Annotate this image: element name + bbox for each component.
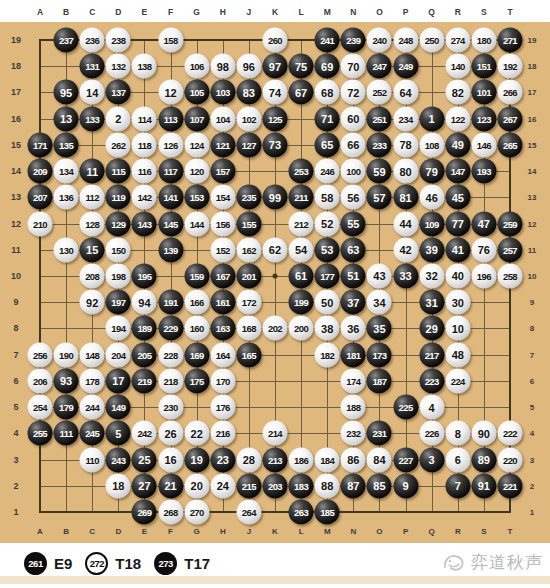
stone-L13: 211 [289,185,314,210]
stone-K11: 62 [262,237,287,262]
stone-K16: 125 [262,106,287,131]
stone-J12: 155 [236,211,261,236]
stone-E18: 138 [132,54,157,79]
stone-C4: 245 [80,421,105,446]
stone-O9: 34 [367,290,392,315]
stone-O8: 35 [367,316,392,341]
stone-C16: 133 [80,106,105,131]
column-label-bottom: G [194,527,200,536]
stone-H12: 156 [210,211,235,236]
stone-C17: 14 [80,80,105,105]
stone-K4: 214 [262,421,287,446]
stone-K2: 203 [262,473,287,498]
stone-Q6: 223 [419,368,444,393]
stone-N8: 36 [341,316,366,341]
stone-R7: 48 [445,342,470,367]
stone-T18: 192 [497,54,522,79]
stone-P15: 78 [393,132,418,157]
stone-C6: 178 [80,368,105,393]
brand-name: 弈道秋声 [471,551,543,574]
stone-O7: 173 [367,342,392,367]
row-label-left: 1 [13,507,18,517]
stone-B13: 136 [54,185,79,210]
stone-L9: 199 [289,290,314,315]
stone-F11: 139 [158,237,183,262]
stone-L1: 263 [289,499,314,524]
stone-B16: 13 [54,106,79,131]
row-label-right: 7 [530,350,534,359]
stone-O14: 59 [367,159,392,184]
stone-C9: 92 [80,290,105,315]
stone-J10: 201 [236,263,261,288]
stone-B17: 95 [54,80,79,105]
row-label-right: 9 [530,298,534,307]
stone-J17: 83 [236,80,261,105]
row-label-left: 16 [11,114,21,124]
stone-S14: 193 [471,159,496,184]
annotation-point-label: E9 [54,555,72,572]
row-label-left: 6 [13,376,18,386]
stone-O3: 84 [367,447,392,472]
stone-T3: 220 [497,447,522,472]
row-label-right: 17 [528,88,537,97]
stone-P5: 225 [393,395,418,420]
move-annotations: 261E9272T18273T17 [24,549,216,577]
column-label-top: R [455,7,461,17]
row-label-left: 4 [13,428,18,438]
stone-D17: 137 [106,80,131,105]
stone-R9: 30 [445,290,470,315]
column-label-top: F [168,7,173,17]
row-label-right: 10 [528,271,537,280]
stone-F15: 126 [158,132,183,157]
stone-A14: 209 [28,159,53,184]
stone-T11: 257 [497,237,522,262]
stone-Q15: 108 [419,132,444,157]
stone-F16: 113 [158,106,183,131]
stone-S2: 91 [471,473,496,498]
row-label-left: 10 [11,271,21,281]
stone-R15: 49 [445,132,470,157]
stone-S10: 196 [471,263,496,288]
stone-R2: 7 [445,473,470,498]
stone-D4: 5 [106,421,131,446]
stone-F9: 191 [158,290,183,315]
stone-R4: 8 [445,421,470,446]
stone-P19: 248 [393,28,418,53]
stone-O10: 43 [367,263,392,288]
stone-K3: 213 [262,447,287,472]
stone-M15: 65 [315,132,340,157]
stone-H4: 216 [210,421,235,446]
stone-Q12: 109 [419,211,444,236]
stone-D3: 243 [106,447,131,472]
row-label-right: 15 [528,140,537,149]
stone-N2: 87 [341,473,366,498]
row-label-left: 5 [13,402,18,412]
column-label-bottom: M [324,527,331,536]
stone-D7: 204 [106,342,131,367]
stone-M7: 182 [315,342,340,367]
stone-D13: 119 [106,185,131,210]
stone-H14: 157 [210,159,235,184]
stone-Q19: 250 [419,28,444,53]
stone-H18: 98 [210,54,235,79]
stone-O19: 240 [367,28,392,53]
annotation-stone-icon: 273 [154,552,177,575]
stone-B15: 135 [54,132,79,157]
stone-R17: 82 [445,80,470,105]
stone-H2: 24 [210,473,235,498]
stone-R16: 122 [445,106,470,131]
stone-H16: 104 [210,106,235,131]
stone-G18: 106 [184,54,209,79]
stone-H17: 103 [210,80,235,105]
stone-M19: 241 [315,28,340,53]
stone-B11: 130 [54,237,79,262]
footer-divider [0,576,550,584]
stone-O13: 57 [367,185,392,210]
annotation-stone-icon: 261 [24,552,47,575]
stone-F12: 145 [158,211,183,236]
annotation-stone-icon: 272 [85,552,108,575]
stone-G4: 22 [184,421,209,446]
stone-K15: 73 [262,132,287,157]
stone-N9: 37 [341,290,366,315]
stone-E12: 143 [132,211,157,236]
stone-S19: 180 [471,28,496,53]
stone-C7: 148 [80,342,105,367]
stone-A7: 256 [28,342,53,367]
stone-M9: 50 [315,290,340,315]
stone-F4: 26 [158,421,183,446]
stone-P18: 249 [393,54,418,79]
column-label-top: J [247,7,252,17]
stone-K17: 74 [262,80,287,105]
stone-H8: 163 [210,316,235,341]
stone-C19: 236 [80,28,105,53]
stone-Q14: 79 [419,159,444,184]
stone-F13: 141 [158,185,183,210]
stone-C12: 128 [80,211,105,236]
stone-Q4: 226 [419,421,444,446]
stone-K13: 99 [262,185,287,210]
stone-N10: 51 [341,263,366,288]
stone-L8: 200 [289,316,314,341]
go-board-diagram: AABBCCDDEEFFGGHHJJKKLLMMNNOOPPQQRRSSTT19… [0,0,550,588]
stone-M11: 53 [315,237,340,262]
stone-D16: 2 [106,106,131,131]
stone-M10: 177 [315,263,340,288]
swirl-logo-icon [441,552,467,574]
stone-Q16: 1 [419,106,444,131]
annotation-point-label: T18 [115,555,141,572]
stone-D12: 129 [106,211,131,236]
stone-G15: 124 [184,132,209,157]
stone-H11: 152 [210,237,235,262]
stone-B19: 237 [54,28,79,53]
row-label-right: 14 [528,167,537,176]
stone-E6: 219 [132,368,157,393]
row-label-left: 17 [11,87,21,97]
stone-B5: 179 [54,395,79,420]
stone-B14: 134 [54,159,79,184]
stone-T15: 265 [497,132,522,157]
stone-T10: 258 [497,263,522,288]
row-label-left: 18 [11,61,21,71]
stone-D5: 149 [106,395,131,420]
stone-J11: 162 [236,237,261,262]
stone-T4: 222 [497,421,522,446]
star-point [272,273,277,278]
row-label-right: 3 [530,455,534,464]
column-label-bottom: R [455,527,461,536]
stone-P12: 44 [393,211,418,236]
stone-N4: 232 [341,421,366,446]
stone-D18: 132 [106,54,131,79]
stone-N17: 72 [341,80,366,105]
stone-P10: 33 [393,263,418,288]
stone-D14: 115 [106,159,131,184]
stone-T19: 271 [497,28,522,53]
stone-F5: 230 [158,395,183,420]
stone-F14: 117 [158,159,183,184]
row-label-right: 4 [530,429,534,438]
stone-F19: 158 [158,28,183,53]
stone-H5: 176 [210,395,235,420]
stone-G13: 153 [184,185,209,210]
stone-R11: 41 [445,237,470,262]
stone-E4: 242 [132,421,157,446]
stone-C3: 110 [80,447,105,472]
stone-F17: 12 [158,80,183,105]
stone-G2: 20 [184,473,209,498]
stone-G16: 107 [184,106,209,131]
stone-M17: 68 [315,80,340,105]
stone-P16: 234 [393,106,418,131]
stone-N18: 70 [341,54,366,79]
stone-J15: 127 [236,132,261,157]
stone-N14: 100 [341,159,366,184]
column-label-bottom: C [89,527,95,536]
stone-G3: 19 [184,447,209,472]
stone-G9: 166 [184,290,209,315]
column-label-top: Q [428,7,435,17]
stone-O6: 187 [367,368,392,393]
stone-E10: 195 [132,263,157,288]
stone-B4: 111 [54,421,79,446]
row-label-left: 15 [11,140,21,150]
stone-S3: 89 [471,447,496,472]
stone-Q3: 3 [419,447,444,472]
stone-D2: 18 [106,473,131,498]
stone-S11: 76 [471,237,496,262]
stone-D10: 198 [106,263,131,288]
column-label-bottom: P [403,527,408,536]
stone-J1: 264 [236,499,261,524]
row-label-right: 12 [528,219,537,228]
stone-A13: 207 [28,185,53,210]
stone-H3: 23 [210,447,235,472]
stone-G7: 169 [184,342,209,367]
stone-N15: 66 [341,132,366,157]
column-label-top: A [37,7,43,17]
stone-L12: 212 [289,211,314,236]
stone-O16: 251 [367,106,392,131]
stone-G10: 159 [184,263,209,288]
row-label-right: 2 [530,481,534,490]
column-label-bottom: Q [429,527,435,536]
row-label-right: 8 [530,324,534,333]
column-label-top: H [220,7,226,17]
stone-Q7: 217 [419,342,444,367]
column-label-bottom: H [220,527,226,536]
column-label-top: G [193,7,200,17]
column-label-bottom: S [481,527,486,536]
stone-G6: 175 [184,368,209,393]
stone-P17: 64 [393,80,418,105]
row-label-left: 14 [11,166,21,176]
stone-N3: 86 [341,447,366,472]
stone-B6: 93 [54,368,79,393]
column-label-bottom: D [115,527,121,536]
stone-S17: 101 [471,80,496,105]
row-label-left: 8 [13,323,18,333]
stone-D15: 262 [106,132,131,157]
stone-K19: 260 [262,28,287,53]
stone-F3: 16 [158,447,183,472]
stone-D11: 150 [106,237,131,262]
stone-L11: 54 [289,237,314,262]
row-label-right: 6 [530,376,534,385]
stone-L17: 67 [289,80,314,105]
stone-E16: 114 [132,106,157,131]
column-label-top: T [507,7,512,17]
stone-E9: 94 [132,290,157,315]
stone-G1: 270 [184,499,209,524]
stone-J2: 215 [236,473,261,498]
stone-R18: 140 [445,54,470,79]
stone-A5: 254 [28,395,53,420]
stone-C11: 15 [80,237,105,262]
stone-C18: 131 [80,54,105,79]
column-label-top: P [403,7,409,17]
stone-C13: 112 [80,185,105,210]
stone-D8: 194 [106,316,131,341]
stone-E13: 142 [132,185,157,210]
column-label-bottom: L [299,527,304,536]
row-label-left: 13 [11,192,21,202]
stone-F1: 268 [158,499,183,524]
stone-L2: 183 [289,473,314,498]
stone-C14: 11 [80,159,105,184]
stone-H15: 121 [210,132,235,157]
column-label-top: S [481,7,487,17]
stone-S15: 146 [471,132,496,157]
stone-Q11: 39 [419,237,444,262]
stone-Q5: 4 [419,395,444,420]
stone-O18: 247 [367,54,392,79]
stone-S12: 47 [471,211,496,236]
stone-G12: 144 [184,211,209,236]
row-label-right: 11 [528,245,536,254]
stone-D6: 17 [106,368,131,393]
stone-O15: 233 [367,132,392,157]
stone-H6: 170 [210,368,235,393]
stone-M1: 185 [315,499,340,524]
stone-P3: 227 [393,447,418,472]
stone-F6: 218 [158,368,183,393]
stone-G8: 160 [184,316,209,341]
stone-P14: 80 [393,159,418,184]
column-label-top: M [324,7,331,17]
row-label-right: 16 [528,114,537,123]
stone-S16: 123 [471,106,496,131]
stone-T12: 259 [497,211,522,236]
column-label-bottom: J [247,527,251,536]
column-label-bottom: O [376,527,382,536]
stone-J8: 168 [236,316,261,341]
column-label-top: K [272,7,278,17]
stone-O4: 231 [367,421,392,446]
column-label-top: N [350,7,356,17]
stone-C10: 208 [80,263,105,288]
stone-H10: 167 [210,263,235,288]
stone-M2: 88 [315,473,340,498]
stone-J7: 165 [236,342,261,367]
stone-K8: 202 [262,316,287,341]
brand-logo: 弈道秋声 [441,551,543,574]
stone-J16: 102 [236,106,261,131]
stone-O17: 252 [367,80,392,105]
row-label-left: 7 [13,350,18,360]
stone-C5: 244 [80,395,105,420]
stone-H9: 161 [210,290,235,315]
stone-T2: 221 [497,473,522,498]
stone-J9: 172 [236,290,261,315]
stone-N7: 181 [341,342,366,367]
stone-F8: 229 [158,316,183,341]
stone-S4: 90 [471,421,496,446]
stone-B7: 190 [54,342,79,367]
stone-J18: 96 [236,54,261,79]
stone-Q9: 31 [419,290,444,315]
stone-M8: 38 [315,316,340,341]
stone-E7: 205 [132,342,157,367]
stone-T17: 266 [497,80,522,105]
column-label-bottom: A [37,527,43,536]
stone-F7: 228 [158,342,183,367]
stone-M13: 58 [315,185,340,210]
row-label-right: 1 [530,507,534,516]
stone-P13: 81 [393,185,418,210]
stone-M12: 52 [315,211,340,236]
stone-E2: 27 [132,473,157,498]
stone-E8: 189 [132,316,157,341]
stone-A12: 210 [28,211,53,236]
stone-G14: 120 [184,159,209,184]
stone-Q8: 29 [419,316,444,341]
row-label-right: 19 [528,36,537,45]
stone-H13: 154 [210,185,235,210]
row-label-right: 13 [528,193,537,202]
stone-R3: 6 [445,447,470,472]
annotation-point-label: T17 [184,555,210,572]
stone-J3: 28 [236,447,261,472]
stone-D19: 238 [106,28,131,53]
column-label-bottom: K [272,527,278,536]
stone-A6: 206 [28,368,53,393]
